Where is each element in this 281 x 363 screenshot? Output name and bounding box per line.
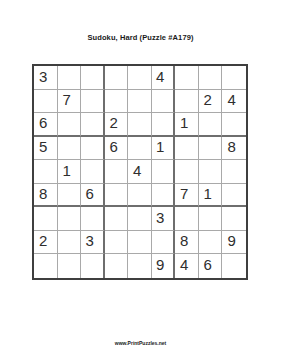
cell-r2c8: 2 <box>199 90 223 114</box>
cell-r4c3 <box>81 137 105 161</box>
cell-r7c5 <box>128 207 152 231</box>
given-digit: 4 <box>228 92 236 107</box>
sudoku-page: Sudoku, Hard (Puzzle #A179) 347246215618… <box>0 0 281 363</box>
cell-r9c7: 4 <box>175 254 199 278</box>
cell-r7c1 <box>34 207 58 231</box>
given-digit: 6 <box>204 257 212 272</box>
cell-r4c5 <box>128 137 152 161</box>
cell-r1c5 <box>128 66 152 90</box>
cell-r4c8 <box>199 137 223 161</box>
cell-r4c2 <box>58 137 82 161</box>
given-digit: 8 <box>228 139 236 154</box>
cell-r8c8 <box>199 231 223 255</box>
cell-r8c1: 2 <box>34 231 58 255</box>
cell-r9c4 <box>105 254 129 278</box>
cell-r4c4: 6 <box>105 137 129 161</box>
cell-r9c8: 6 <box>199 254 223 278</box>
cell-r2c5 <box>128 90 152 114</box>
given-digit: 5 <box>39 139 47 154</box>
cell-r9c9 <box>222 254 246 278</box>
cell-r9c6: 9 <box>152 254 176 278</box>
cell-r5c1 <box>34 160 58 184</box>
cell-r1c8 <box>199 66 223 90</box>
given-digit: 6 <box>110 139 118 154</box>
cell-r1c2 <box>58 66 82 90</box>
cell-r1c3 <box>81 66 105 90</box>
cell-r3c5 <box>128 113 152 137</box>
cell-r5c8 <box>199 160 223 184</box>
cell-r3c7: 1 <box>175 113 199 137</box>
given-digit: 9 <box>228 233 236 248</box>
cell-r8c6 <box>152 231 176 255</box>
cell-r2c2: 7 <box>58 90 82 114</box>
cell-r8c5 <box>128 231 152 255</box>
cell-r7c9 <box>222 207 246 231</box>
cell-r6c9 <box>222 184 246 208</box>
cell-r3c1: 6 <box>34 113 58 137</box>
cell-r8c4 <box>105 231 129 255</box>
given-digit: 2 <box>204 92 212 107</box>
cell-r5c9 <box>222 160 246 184</box>
cell-r7c3 <box>81 207 105 231</box>
given-digit: 4 <box>180 257 188 272</box>
cell-r3c4: 2 <box>105 113 129 137</box>
given-digit: 2 <box>39 233 47 248</box>
cell-r3c9 <box>222 113 246 137</box>
cell-r7c6: 3 <box>152 207 176 231</box>
cell-r2c1 <box>34 90 58 114</box>
cell-r5c7 <box>175 160 199 184</box>
cell-r8c9: 9 <box>222 231 246 255</box>
given-digit: 6 <box>39 115 47 130</box>
given-digit: 4 <box>156 69 164 84</box>
cell-r7c7 <box>175 207 199 231</box>
cell-r6c1: 8 <box>34 184 58 208</box>
cell-r6c3: 6 <box>81 184 105 208</box>
given-digit: 7 <box>63 92 71 107</box>
cell-r8c3: 3 <box>81 231 105 255</box>
cell-r2c3 <box>81 90 105 114</box>
page-title: Sudoku, Hard (Puzzle #A179) <box>0 33 281 42</box>
given-digit: 3 <box>39 69 47 84</box>
given-digit: 3 <box>86 233 94 248</box>
cell-r6c6 <box>152 184 176 208</box>
cell-r3c2 <box>58 113 82 137</box>
given-digit: 1 <box>156 139 164 154</box>
footer-url: www.PrintPuzzles.net <box>0 340 281 346</box>
cell-r3c8 <box>199 113 223 137</box>
cell-r9c5 <box>128 254 152 278</box>
cell-r8c2 <box>58 231 82 255</box>
cell-r7c4 <box>105 207 129 231</box>
cell-r6c5 <box>128 184 152 208</box>
given-digit: 4 <box>133 163 141 178</box>
cell-r8c7: 8 <box>175 231 199 255</box>
given-digit: 1 <box>63 163 71 178</box>
given-digit: 1 <box>204 186 212 201</box>
cell-r1c4 <box>105 66 129 90</box>
cell-r4c7 <box>175 137 199 161</box>
cell-r6c4 <box>105 184 129 208</box>
given-digit: 1 <box>180 115 188 130</box>
cell-r9c3 <box>81 254 105 278</box>
cell-r6c2 <box>58 184 82 208</box>
cell-r7c8 <box>199 207 223 231</box>
cell-r5c4 <box>105 160 129 184</box>
cell-r2c6 <box>152 90 176 114</box>
given-digit: 2 <box>110 115 118 130</box>
cell-r5c5: 4 <box>128 160 152 184</box>
cell-r4c6: 1 <box>152 137 176 161</box>
cell-r3c6 <box>152 113 176 137</box>
given-digit: 3 <box>156 210 164 225</box>
cell-r5c6 <box>152 160 176 184</box>
cell-r1c1: 3 <box>34 66 58 90</box>
cell-r9c2 <box>58 254 82 278</box>
cell-r2c9: 4 <box>222 90 246 114</box>
cell-r2c4 <box>105 90 129 114</box>
cell-r6c7: 7 <box>175 184 199 208</box>
given-digit: 9 <box>156 257 164 272</box>
given-digit: 8 <box>180 233 188 248</box>
cell-r6c8: 1 <box>199 184 223 208</box>
cell-r7c2 <box>58 207 82 231</box>
sudoku-board: 34724621561814867132389946 <box>32 64 248 280</box>
given-digit: 6 <box>86 186 94 201</box>
cell-r9c1 <box>34 254 58 278</box>
cell-r1c6: 4 <box>152 66 176 90</box>
cell-r4c1: 5 <box>34 137 58 161</box>
cell-r4c9: 8 <box>222 137 246 161</box>
given-digit: 8 <box>39 186 47 201</box>
cell-r2c7 <box>175 90 199 114</box>
cell-r1c7 <box>175 66 199 90</box>
cell-r3c3 <box>81 113 105 137</box>
cell-r1c9 <box>222 66 246 90</box>
cell-r5c2: 1 <box>58 160 82 184</box>
cell-r5c3 <box>81 160 105 184</box>
given-digit: 7 <box>180 186 188 201</box>
